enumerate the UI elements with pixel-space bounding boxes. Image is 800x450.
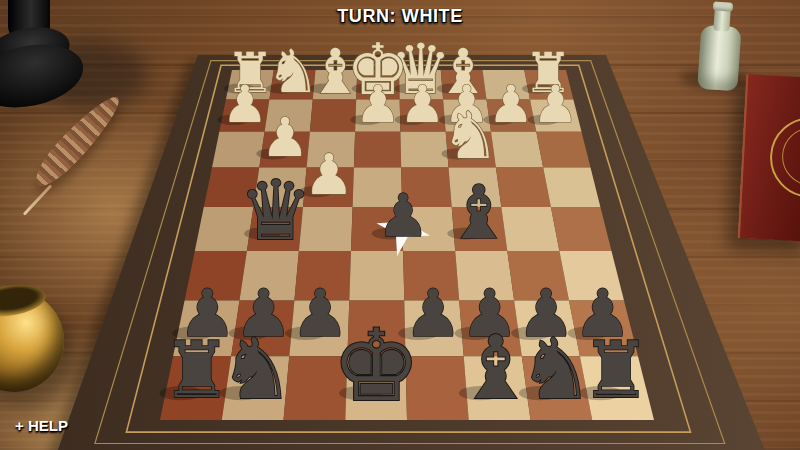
square-a3[interactable] [536, 132, 590, 168]
help-button[interactable]: + HELP [15, 417, 68, 434]
piece-black-queen-g5[interactable]: ♛ [239, 163, 313, 258]
piece-white-pawn-g3[interactable]: ♟ [261, 106, 309, 169]
piece-black-rook-h8[interactable]: ♜ [162, 325, 232, 415]
piece-white-pawn-d2[interactable]: ♟ [399, 74, 445, 134]
square-e3[interactable] [354, 132, 401, 168]
square-e6[interactable] [349, 251, 404, 301]
piece-black-king-e8[interactable]: ♚ [332, 308, 421, 423]
chess-board[interactable]: ♜♝♛♚♝♞♜♟♟♟♟♟♟♞♟♟♝♟♛♟♟♟♟♟♟♟♜♞♝♚♞♜ [0, 0, 800, 450]
square-a4[interactable] [543, 167, 600, 207]
piece-black-pawn-e5[interactable]: ♟ [377, 181, 430, 250]
piece-black-bishop-c8[interactable]: ♝ [457, 317, 535, 419]
piece-white-pawn-e2[interactable]: ♟ [355, 74, 401, 134]
piece-white-knight-c3[interactable]: ♞ [441, 98, 499, 173]
square-h3[interactable] [212, 132, 265, 168]
piece-black-bishop-c5[interactable]: ♝ [446, 169, 513, 255]
game-scene: ♜♝♛♚♝♞♜♟♟♟♟♟♟♞♟♟♝♟♛♟♟♟♟♟♟♟♜♞♝♚♞♜ TURN: W… [0, 0, 800, 450]
piece-white-pawn-a2[interactable]: ♟ [532, 74, 578, 134]
turn-indicator-label: TURN: WHITE [0, 6, 800, 27]
